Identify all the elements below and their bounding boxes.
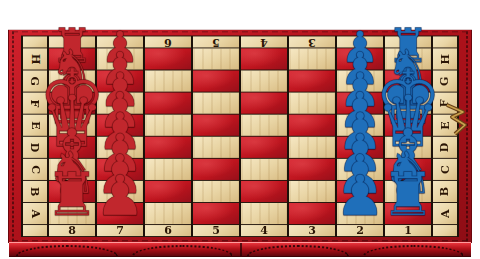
label-back-3: 3 (289, 36, 335, 47)
label-front-3: 3 (289, 225, 335, 236)
square-g4 (241, 70, 287, 91)
square-e4 (241, 115, 287, 136)
board-frame: 87654321H♜♟♟♜HG♞♟♟♞GF♝♟♟♝FE♚♟♟♚ED♛♟♟♛DC♝… (9, 30, 471, 243)
board-grid: 87654321H♜♟♟♜HG♞♟♟♞GF♝♟♟♝FE♚♟♟♚ED♛♟♟♛DC♝… (21, 36, 459, 237)
coordinate-label: 3 (308, 35, 316, 48)
square-a1: ♜ (385, 203, 431, 224)
square-c6 (145, 159, 191, 180)
square-c3 (289, 159, 335, 180)
coordinate-label: A (438, 209, 451, 218)
label-front-4: 4 (241, 225, 287, 236)
square-a5 (193, 203, 239, 224)
chess-set-photo: 87654321H♜♟♟♜HG♞♟♟♞GF♝♟♟♝FE♚♟♟♚ED♛♟♟♛DC♝… (0, 0, 480, 259)
square-a4 (241, 203, 287, 224)
clasp-icon (443, 100, 473, 140)
frame-corner (433, 225, 457, 236)
square-b5 (193, 181, 239, 202)
square-c5 (193, 159, 239, 180)
coordinate-label: 4 (260, 224, 268, 237)
piece-blue-pawn-a2: ♟ (335, 168, 385, 224)
square-d3 (289, 137, 335, 158)
square-c4 (241, 159, 287, 180)
square-a8: ♜ (49, 203, 95, 224)
coordinate-label: 2 (356, 224, 364, 237)
frame-corner (23, 36, 47, 47)
coordinate-label: 5 (212, 35, 220, 48)
square-f6 (145, 93, 191, 114)
square-g5 (193, 70, 239, 91)
coordinate-label: 6 (164, 224, 172, 237)
square-b3 (289, 181, 335, 202)
coordinate-label: C (438, 165, 451, 174)
piece-red-pawn-a7: ♟ (95, 168, 145, 224)
scallop-arc (132, 245, 234, 256)
square-f4 (241, 93, 287, 114)
coordinate-label: 1 (404, 224, 412, 237)
square-e5 (193, 115, 239, 136)
coordinate-label: C (28, 165, 41, 174)
label-front-6: 6 (145, 225, 191, 236)
square-a6 (145, 203, 191, 224)
label-front-8: 8 (49, 225, 95, 236)
coordinate-label: A (28, 209, 41, 218)
scallop-arc (247, 245, 349, 256)
coordinate-label: 5 (212, 224, 220, 237)
square-a7: ♟ (97, 203, 143, 224)
board-front-face (9, 242, 471, 256)
square-f5 (193, 93, 239, 114)
label-right-B: B (433, 181, 457, 202)
label-front-7: 7 (97, 225, 143, 236)
scallop-arc (16, 245, 118, 256)
scallop-arc (363, 245, 465, 256)
square-f3 (289, 93, 335, 114)
square-d5 (193, 137, 239, 158)
fold-seam (240, 243, 242, 256)
coordinate-label: 7 (116, 224, 124, 237)
label-left-A: A (23, 203, 47, 224)
square-g3 (289, 70, 335, 91)
label-right-C: C (433, 159, 457, 180)
square-e6 (145, 115, 191, 136)
label-front-5: 5 (193, 225, 239, 236)
label-front-1: 1 (385, 225, 431, 236)
chess-board: 87654321H♜♟♟♜HG♞♟♟♞GF♝♟♟♝FE♚♟♟♚ED♛♟♟♛DC♝… (9, 30, 471, 243)
square-e3 (289, 115, 335, 136)
frame-corner (433, 36, 457, 47)
square-h3 (289, 48, 335, 69)
coordinate-label: 3 (308, 224, 316, 237)
frame-corner (23, 225, 47, 236)
coordinate-label: D (438, 143, 451, 153)
label-left-C: C (23, 159, 47, 180)
square-b6 (145, 181, 191, 202)
square-d4 (241, 137, 287, 158)
label-back-6: 6 (145, 36, 191, 47)
square-g6 (145, 70, 191, 91)
label-right-A: A (433, 203, 457, 224)
square-d6 (145, 137, 191, 158)
coordinate-label: 6 (164, 35, 172, 48)
coordinate-label: 4 (260, 35, 268, 48)
piece-red-rook-a8: ♜ (45, 164, 99, 224)
square-b4 (241, 181, 287, 202)
square-a3 (289, 203, 335, 224)
square-a2: ♟ (337, 203, 383, 224)
square-h4 (241, 48, 287, 69)
label-back-5: 5 (193, 36, 239, 47)
coordinate-label: B (29, 187, 42, 196)
square-h5 (193, 48, 239, 69)
coordinate-label: B (439, 187, 452, 196)
square-h6 (145, 48, 191, 69)
label-back-4: 4 (241, 36, 287, 47)
label-front-2: 2 (337, 225, 383, 236)
coordinate-label: 8 (68, 224, 76, 237)
label-left-B: B (23, 181, 47, 202)
piece-blue-rook-a1: ♜ (381, 164, 435, 224)
